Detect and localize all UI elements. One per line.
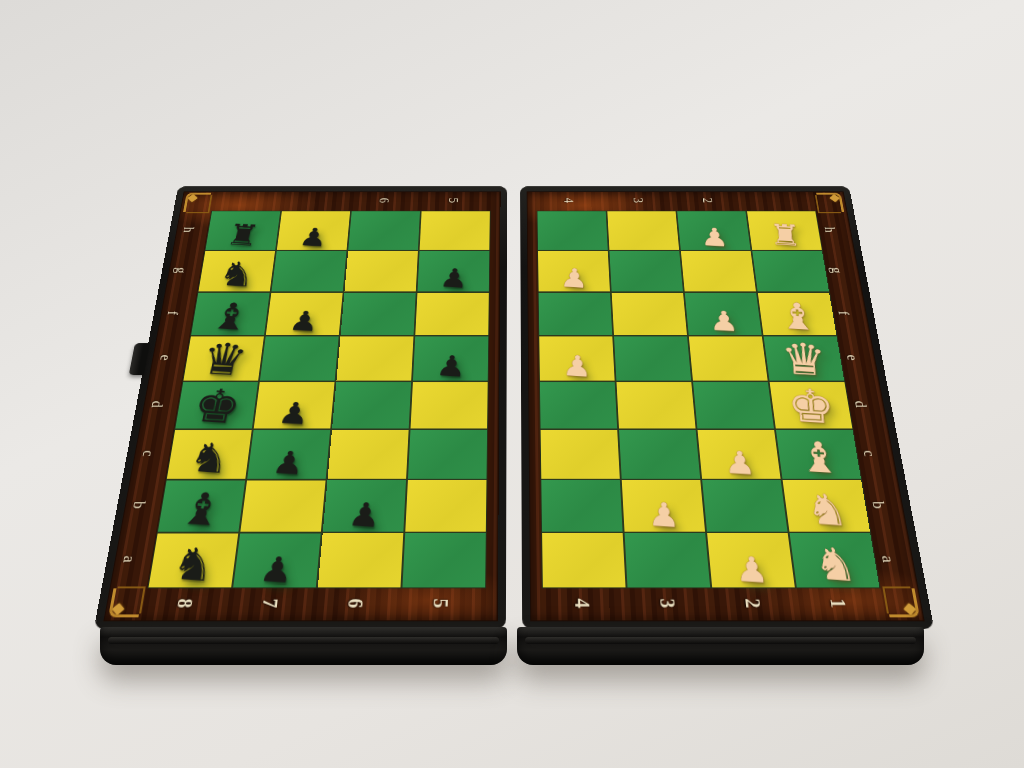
coordinate-label: h	[821, 227, 839, 233]
coordinate-label: 2	[739, 598, 763, 608]
coordinate-label: a	[118, 556, 139, 563]
coordinate-label: e	[842, 355, 861, 361]
black-pawn[interactable]: ♟	[276, 398, 311, 428]
square-c6[interactable]	[328, 430, 409, 479]
square-a4[interactable]	[542, 533, 625, 587]
gold-corner-ornament	[885, 588, 920, 617]
square-g6[interactable]	[345, 251, 418, 291]
square-g5[interactable]: ♟	[418, 251, 490, 291]
white-pawn[interactable]: ♟	[561, 352, 592, 381]
square-h4[interactable]	[537, 211, 607, 249]
square-d4[interactable]	[540, 382, 617, 428]
coordinate-label: 6	[376, 198, 391, 203]
coordinate-label: 2	[699, 198, 714, 203]
white-queen[interactable]: ♛	[779, 337, 828, 381]
coordinate-label: 5	[428, 598, 451, 608]
coordinate-label: 3	[630, 198, 645, 203]
black-pawn[interactable]: ♟	[434, 352, 467, 381]
square-e6[interactable]	[336, 336, 413, 380]
coordinate-label: 3	[654, 598, 678, 608]
square-d7[interactable]: ♟	[254, 382, 335, 428]
black-knight[interactable]: ♞	[215, 258, 259, 292]
white-pawn[interactable]: ♟	[735, 552, 769, 587]
square-d3[interactable]	[617, 382, 696, 428]
folding-chess-case: ♜♟♞♟♝♟♛♟♚♟♞♟♝♟♞♟658765hgfedcba ♟♜♟♟♝♟♛♚♟…	[94, 186, 930, 629]
square-g4[interactable]: ♟	[538, 251, 610, 291]
coordinate-label: 6	[342, 598, 366, 608]
coordinate-label: f	[834, 311, 852, 315]
square-b1[interactable]: ♞	[783, 480, 870, 531]
square-f4[interactable]	[539, 293, 613, 335]
square-d8[interactable]: ♚	[175, 382, 258, 428]
square-f6[interactable]	[341, 293, 416, 335]
square-h8[interactable]: ♜	[206, 211, 281, 249]
black-pawn[interactable]: ♟	[438, 265, 469, 291]
coordinate-label: b	[128, 501, 149, 508]
coordinate-label: f	[163, 311, 181, 315]
gold-corner-ornament	[108, 588, 143, 617]
gold-corner-ornament	[183, 193, 211, 212]
square-h7[interactable]: ♟	[277, 211, 350, 249]
chessboard-grid-left: ♜♟♞♟♝♟♛♟♚♟♞♟♝♟♞♟	[147, 211, 490, 589]
square-c2[interactable]: ♟	[698, 430, 781, 479]
square-c4[interactable]	[541, 430, 620, 479]
square-h6[interactable]	[348, 211, 420, 249]
square-b2[interactable]	[702, 480, 787, 531]
coordinate-label: d	[851, 401, 870, 408]
square-g3[interactable]	[609, 251, 682, 291]
board-left-half: ♜♟♞♟♝♟♛♟♚♟♞♟♝♟♞♟658765hgfedcba	[94, 186, 507, 629]
square-f5[interactable]	[415, 293, 488, 335]
coordinate-label: 8	[171, 598, 196, 608]
board-face-left: ♜♟♞♟♝♟♛♟♚♟♞♟♝♟♞♟658765hgfedcba	[103, 191, 500, 621]
black-king[interactable]: ♚	[189, 383, 245, 429]
square-g1[interactable]	[752, 251, 829, 291]
coordinate-label: c	[859, 450, 879, 456]
square-d1[interactable]: ♚	[770, 382, 853, 428]
black-bishop[interactable]: ♝	[207, 299, 254, 336]
coordinate-label: h	[180, 227, 198, 233]
coordinate-label: b	[868, 501, 888, 508]
white-pawn[interactable]: ♟	[559, 265, 589, 291]
square-e3[interactable]	[614, 336, 691, 380]
black-knight[interactable]: ♞	[185, 438, 234, 479]
coordinate-label: d	[147, 401, 166, 408]
gold-corner-ornament	[816, 193, 844, 212]
coordinate-label: 4	[569, 598, 592, 608]
square-h5[interactable]	[420, 211, 490, 249]
black-pawn[interactable]: ♟	[297, 225, 329, 250]
square-a7[interactable]: ♟	[233, 533, 321, 587]
black-rook[interactable]: ♜	[223, 221, 261, 250]
white-bishop[interactable]: ♝	[777, 299, 819, 336]
square-e4[interactable]: ♟	[539, 336, 614, 380]
square-g7[interactable]	[271, 251, 346, 291]
square-b3[interactable]: ♟	[622, 480, 705, 531]
square-c5[interactable]	[408, 430, 487, 479]
white-pawn[interactable]: ♟	[724, 447, 756, 479]
square-h2[interactable]: ♟	[677, 211, 750, 249]
square-b8[interactable]: ♝	[158, 480, 245, 531]
square-f8[interactable]: ♝	[191, 293, 269, 335]
square-e8[interactable]: ♛	[183, 336, 263, 380]
square-a6[interactable]	[318, 533, 403, 587]
square-e7[interactable]	[260, 336, 339, 380]
square-a1[interactable]: ♞	[790, 533, 880, 587]
square-b5[interactable]	[405, 480, 486, 531]
coordinate-label: a	[877, 556, 898, 563]
square-a8[interactable]: ♞	[149, 533, 239, 587]
square-a5[interactable]	[402, 533, 485, 587]
square-h3[interactable]	[607, 211, 679, 249]
white-rook[interactable]: ♜	[768, 221, 802, 250]
case-side-wall-left	[100, 627, 507, 665]
case-clasp[interactable]	[129, 343, 150, 375]
case-side-wall-right	[517, 627, 924, 665]
black-pawn[interactable]: ♟	[270, 447, 306, 479]
white-knight[interactable]: ♞	[812, 543, 858, 588]
board-right-half: ♟♜♟♟♝♟♛♚♟♝♟♞♟♞4324321hgfedcba	[520, 186, 934, 629]
square-c1[interactable]: ♝	[776, 430, 861, 479]
square-f1[interactable]: ♝	[758, 293, 837, 335]
square-e5[interactable]: ♟	[413, 336, 488, 380]
photo-stage: ♜♟♞♟♝♟♛♟♚♟♞♟♝♟♞♟658765hgfedcba ♟♜♟♟♝♟♛♚♟…	[100, 70, 924, 665]
square-b7[interactable]	[240, 480, 325, 531]
square-g2[interactable]	[681, 251, 756, 291]
coordinate-label: e	[155, 355, 174, 361]
white-pawn[interactable]: ♟	[709, 308, 739, 335]
square-d5[interactable]	[411, 382, 488, 428]
square-f7[interactable]: ♟	[266, 293, 343, 335]
square-h1[interactable]: ♜	[747, 211, 822, 249]
square-d6[interactable]	[332, 382, 411, 428]
square-a3[interactable]	[625, 533, 711, 587]
white-king[interactable]: ♚	[786, 383, 836, 429]
square-c8[interactable]: ♞	[167, 430, 252, 479]
coordinate-label: 7	[257, 598, 281, 608]
white-pawn[interactable]: ♟	[647, 499, 679, 532]
square-g8[interactable]: ♞	[198, 251, 275, 291]
square-c7[interactable]: ♟	[247, 430, 330, 479]
black-queen[interactable]: ♛	[197, 337, 252, 381]
board-face-right: ♟♜♟♟♝♟♛♚♟♝♟♞♟♞4324321hgfedcba	[527, 191, 925, 621]
coordinate-label: 4	[561, 198, 576, 203]
black-pawn[interactable]: ♟	[346, 499, 382, 532]
case-side-walls	[100, 627, 924, 665]
square-b6[interactable]: ♟	[323, 480, 406, 531]
coordinate-label: 5	[445, 198, 460, 203]
square-a2[interactable]: ♟	[707, 533, 795, 587]
black-pawn[interactable]: ♟	[287, 308, 321, 335]
black-bishop[interactable]: ♝	[175, 487, 227, 532]
black-pawn[interactable]: ♟	[257, 552, 295, 587]
black-knight[interactable]: ♞	[167, 543, 218, 588]
coordinate-label: 1	[824, 598, 849, 608]
coordinate-label: g	[172, 267, 190, 273]
coordinate-label: c	[138, 450, 158, 456]
square-c3[interactable]	[619, 430, 700, 479]
square-b4[interactable]	[541, 480, 622, 531]
coordinate-label: g	[828, 267, 846, 273]
white-pawn[interactable]: ♟	[700, 225, 728, 250]
square-d2[interactable]	[693, 382, 774, 428]
square-f3[interactable]	[612, 293, 687, 335]
square-e2[interactable]	[689, 336, 768, 380]
square-f2[interactable]: ♟	[685, 293, 762, 335]
white-bishop[interactable]: ♝	[796, 437, 841, 480]
square-e1[interactable]: ♛	[764, 336, 845, 380]
white-knight[interactable]: ♞	[804, 489, 849, 532]
